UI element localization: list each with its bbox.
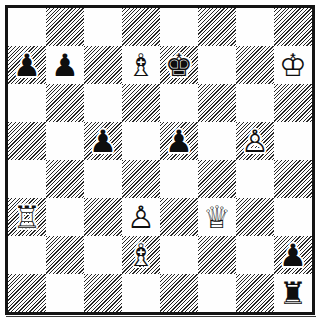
square-c7[interactable] <box>84 46 122 84</box>
square-b6[interactable] <box>46 84 84 122</box>
square-e5[interactable]: ♟ <box>160 122 198 160</box>
square-a8[interactable] <box>8 8 46 46</box>
square-c8[interactable] <box>84 8 122 46</box>
square-c2[interactable] <box>84 236 122 274</box>
square-f4[interactable] <box>198 160 236 198</box>
square-a2[interactable] <box>8 236 46 274</box>
square-c5[interactable]: ♟ <box>84 122 122 160</box>
square-a6[interactable] <box>8 84 46 122</box>
square-g1[interactable] <box>236 274 274 312</box>
black-king[interactable]: ♚ <box>165 46 193 84</box>
square-e3[interactable] <box>160 198 198 236</box>
square-b8[interactable] <box>46 8 84 46</box>
square-f1[interactable] <box>198 274 236 312</box>
square-h7[interactable]: ♔ <box>274 46 312 84</box>
black-pawn[interactable]: ♟ <box>51 46 79 84</box>
white-bishop[interactable]: ♗ <box>127 46 155 84</box>
square-h5[interactable] <box>274 122 312 160</box>
square-b2[interactable] <box>46 236 84 274</box>
square-a7[interactable]: ♟ <box>8 46 46 84</box>
square-f5[interactable] <box>198 122 236 160</box>
square-d7[interactable]: ♗ <box>122 46 160 84</box>
chess-board-frame: ♟♟♗♚♔♟♟♙♖♙♕♗♟♜ <box>5 5 315 315</box>
white-bishop[interactable]: ♗ <box>127 236 155 274</box>
square-b3[interactable] <box>46 198 84 236</box>
square-f6[interactable] <box>198 84 236 122</box>
black-pawn[interactable]: ♟ <box>89 122 117 160</box>
square-a1[interactable] <box>8 274 46 312</box>
square-h3[interactable] <box>274 198 312 236</box>
square-e7[interactable]: ♚ <box>160 46 198 84</box>
square-d2[interactable]: ♗ <box>122 236 160 274</box>
white-rook[interactable]: ♖ <box>13 198 41 236</box>
black-pawn[interactable]: ♟ <box>279 236 307 274</box>
square-e6[interactable] <box>160 84 198 122</box>
square-h1[interactable]: ♜ <box>274 274 312 312</box>
square-d1[interactable] <box>122 274 160 312</box>
square-h8[interactable] <box>274 8 312 46</box>
square-d8[interactable] <box>122 8 160 46</box>
square-e4[interactable] <box>160 160 198 198</box>
black-pawn[interactable]: ♟ <box>13 46 41 84</box>
square-h4[interactable] <box>274 160 312 198</box>
square-b1[interactable] <box>46 274 84 312</box>
white-pawn[interactable]: ♙ <box>127 198 155 236</box>
white-king[interactable]: ♔ <box>279 46 307 84</box>
square-f8[interactable] <box>198 8 236 46</box>
square-g3[interactable] <box>236 198 274 236</box>
scanned-diagram-page: ♟♟♗♚♔♟♟♙♖♙♕♗♟♜ <box>0 0 320 319</box>
square-f7[interactable] <box>198 46 236 84</box>
square-g2[interactable] <box>236 236 274 274</box>
square-d3[interactable]: ♙ <box>122 198 160 236</box>
square-a3[interactable]: ♖ <box>8 198 46 236</box>
square-f2[interactable] <box>198 236 236 274</box>
square-e8[interactable] <box>160 8 198 46</box>
square-g5[interactable]: ♙ <box>236 122 274 160</box>
square-f3[interactable]: ♕ <box>198 198 236 236</box>
square-c6[interactable] <box>84 84 122 122</box>
square-b7[interactable]: ♟ <box>46 46 84 84</box>
square-c1[interactable] <box>84 274 122 312</box>
black-pawn[interactable]: ♟ <box>165 122 193 160</box>
square-c4[interactable] <box>84 160 122 198</box>
square-a4[interactable] <box>8 160 46 198</box>
square-g8[interactable] <box>236 8 274 46</box>
square-a5[interactable] <box>8 122 46 160</box>
square-g4[interactable] <box>236 160 274 198</box>
square-d6[interactable] <box>122 84 160 122</box>
square-b5[interactable] <box>46 122 84 160</box>
square-g7[interactable] <box>236 46 274 84</box>
white-pawn[interactable]: ♙ <box>241 122 269 160</box>
black-rook[interactable]: ♜ <box>279 274 307 312</box>
square-d4[interactable] <box>122 160 160 198</box>
square-d5[interactable] <box>122 122 160 160</box>
square-c3[interactable] <box>84 198 122 236</box>
square-h2[interactable]: ♟ <box>274 236 312 274</box>
square-e1[interactable] <box>160 274 198 312</box>
chess-board: ♟♟♗♚♔♟♟♙♖♙♕♗♟♜ <box>8 8 312 312</box>
white-queen[interactable]: ♕ <box>203 198 231 236</box>
square-e2[interactable] <box>160 236 198 274</box>
square-b4[interactable] <box>46 160 84 198</box>
square-h6[interactable] <box>274 84 312 122</box>
square-g6[interactable] <box>236 84 274 122</box>
